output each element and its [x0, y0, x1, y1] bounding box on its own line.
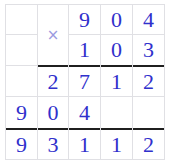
cell-r2c4: 0 — [101, 35, 132, 65]
cell-r3c2: 2 — [38, 65, 68, 96]
cell-r4c2: 0 — [38, 97, 68, 128]
cell-r3c5: 2 — [133, 65, 164, 96]
cell-r3c1 — [6, 66, 37, 96]
cell-r1c3: 9 — [69, 5, 100, 34]
cell-r2c3: 1 — [69, 35, 100, 65]
cell-r3c4: 1 — [101, 65, 132, 96]
cell-r5c2: 3 — [38, 128, 68, 159]
cell-r5c5: 2 — [133, 128, 164, 159]
cell-r1c1 — [6, 5, 37, 34]
cell-r1c4: 0 — [101, 5, 132, 34]
cell-r4c3: 4 — [69, 97, 100, 128]
cell-r2c5: 3 — [133, 35, 164, 65]
cell-r5c1: 9 — [6, 128, 37, 159]
cell-r4c5 — [133, 97, 164, 128]
cell-r5c4: 1 — [101, 128, 132, 159]
cell-r4c4 — [101, 97, 132, 128]
multiply-operator: × — [38, 5, 68, 65]
cell-r3c3: 7 — [69, 65, 100, 96]
multiplication-grid: × 9 0 4 1 0 3 2 7 1 2 9 0 4 9 3 1 1 2 — [5, 4, 165, 160]
cell-r4c1: 9 — [6, 97, 37, 128]
cell-r5c3: 1 — [69, 128, 100, 159]
cell-r1c5: 4 — [133, 5, 164, 34]
cell-r2c1 — [6, 35, 37, 65]
